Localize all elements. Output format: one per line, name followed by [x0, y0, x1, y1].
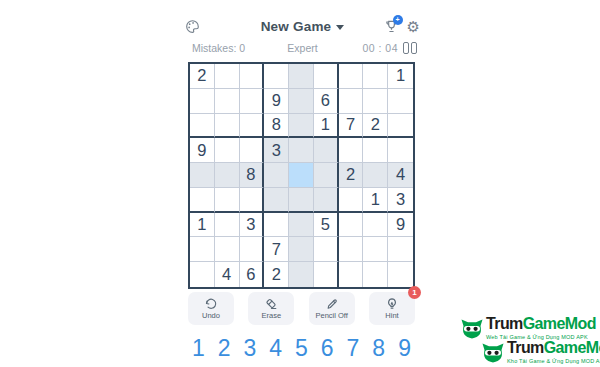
- cell-r7c1[interactable]: 1: [190, 213, 215, 238]
- cell-r4c1[interactable]: 9: [190, 138, 215, 163]
- cell-r1c1[interactable]: 2: [190, 64, 215, 89]
- erase-button[interactable]: Erase: [248, 292, 294, 325]
- cell-r5c9[interactable]: 4: [388, 163, 413, 188]
- cell-r1c9[interactable]: 1: [388, 64, 413, 89]
- cell-r8c7[interactable]: [339, 237, 364, 262]
- cell-r1c6[interactable]: [314, 64, 339, 89]
- cell-r2c1[interactable]: [190, 89, 215, 114]
- cell-r4c7[interactable]: [339, 138, 364, 163]
- undo-button[interactable]: Undo: [188, 292, 234, 325]
- eraser-icon: [264, 297, 278, 311]
- cell-r9c7[interactable]: [339, 262, 364, 287]
- cell-r1c3[interactable]: [240, 64, 265, 89]
- undo-icon: [204, 297, 218, 311]
- number-pad: 123456789: [192, 334, 411, 362]
- numpad-4[interactable]: 4: [269, 337, 282, 360]
- cell-r6c9[interactable]: 3: [388, 188, 413, 213]
- cell-r9c1[interactable]: [190, 262, 215, 287]
- cell-r8c2[interactable]: [215, 237, 240, 262]
- cell-r7c5[interactable]: [289, 213, 314, 238]
- trophy-notification-badge: +: [393, 15, 403, 25]
- cell-r6c4[interactable]: [264, 188, 289, 213]
- cell-r4c6[interactable]: [314, 138, 339, 163]
- cell-r7c3[interactable]: 3: [240, 213, 265, 238]
- sudoku-grid: 21968172938241313597462: [188, 62, 415, 289]
- cell-r2c3[interactable]: [240, 89, 265, 114]
- cell-r6c3[interactable]: [240, 188, 265, 213]
- numpad-5[interactable]: 5: [295, 337, 308, 360]
- numpad-3[interactable]: 3: [244, 337, 257, 360]
- cell-r5c5[interactable]: [289, 163, 314, 188]
- cell-r7c7[interactable]: [339, 213, 364, 238]
- cell-r9c4[interactable]: 2: [264, 262, 289, 287]
- numpad-8[interactable]: 8: [372, 337, 385, 360]
- timer-value: 00 : 04: [362, 42, 398, 54]
- cell-r4c9[interactable]: [388, 138, 413, 163]
- cell-r9c3[interactable]: 6: [240, 262, 265, 287]
- cell-r4c4[interactable]: 3: [264, 138, 289, 163]
- cell-r6c1[interactable]: [190, 188, 215, 213]
- cell-r7c4[interactable]: [264, 213, 289, 238]
- cell-r1c5[interactable]: [289, 64, 314, 89]
- cell-r8c3[interactable]: [240, 237, 265, 262]
- cell-r7c9[interactable]: 9: [388, 213, 413, 238]
- cell-r3c7[interactable]: 7: [339, 114, 364, 139]
- watermark-tagline: Kho Tải Game & Ứng Dụng MOD APK: [507, 358, 600, 364]
- cell-r6c8[interactable]: 1: [363, 188, 388, 213]
- toolbar: Undo Erase Pencil Off: [188, 292, 415, 326]
- hint-count-badge: 1: [408, 286, 421, 299]
- cell-r8c1[interactable]: [190, 237, 215, 262]
- cell-r5c8[interactable]: [363, 163, 388, 188]
- cell-r3c6[interactable]: 1: [314, 114, 339, 139]
- cell-r4c5[interactable]: [289, 138, 314, 163]
- cell-r1c4[interactable]: [264, 64, 289, 89]
- numpad-1[interactable]: 1: [192, 337, 205, 360]
- cell-r1c8[interactable]: [363, 64, 388, 89]
- cell-r6c2[interactable]: [215, 188, 240, 213]
- cell-r6c5[interactable]: [289, 188, 314, 213]
- cell-r9c5[interactable]: [289, 262, 314, 287]
- cell-r5c3[interactable]: 8: [240, 163, 265, 188]
- cell-r2c5[interactable]: [289, 89, 314, 114]
- cell-r5c6[interactable]: [314, 163, 339, 188]
- chevron-down-icon: [336, 25, 344, 30]
- cell-r2c2[interactable]: [215, 89, 240, 114]
- cell-r3c2[interactable]: [215, 114, 240, 139]
- cell-r3c5[interactable]: [289, 114, 314, 139]
- page-title: New Game: [261, 19, 332, 34]
- numpad-2[interactable]: 2: [218, 337, 231, 360]
- lightbulb-icon: [385, 297, 399, 311]
- stats-bar: Mistakes: 0 Expert 00 : 04: [185, 41, 420, 55]
- cell-r2c6[interactable]: 6: [314, 89, 339, 114]
- pause-icon[interactable]: [403, 42, 417, 54]
- cell-r4c3[interactable]: [240, 138, 265, 163]
- cell-r8c4[interactable]: 7: [264, 237, 289, 262]
- cell-r5c2[interactable]: [215, 163, 240, 188]
- trophy-icon[interactable]: +: [384, 19, 399, 34]
- gear-icon[interactable]: ⚙: [407, 19, 420, 34]
- sudoku-app-screen: { "game": "sudoku", "position": { "grid"…: [0, 0, 600, 367]
- numpad-7[interactable]: 7: [347, 337, 360, 360]
- cell-r5c1[interactable]: [190, 163, 215, 188]
- cell-r7c6[interactable]: 5: [314, 213, 339, 238]
- cell-r4c2[interactable]: [215, 138, 240, 163]
- cell-r3c4[interactable]: 8: [264, 114, 289, 139]
- cell-r6c6[interactable]: [314, 188, 339, 213]
- cell-r2c7[interactable]: [339, 89, 364, 114]
- pencil-label: Pencil Off: [315, 312, 347, 320]
- cell-r1c7[interactable]: [339, 64, 364, 89]
- cell-r5c7[interactable]: 2: [339, 163, 364, 188]
- cell-r8c6[interactable]: [314, 237, 339, 262]
- erase-label: Erase: [262, 312, 282, 320]
- cell-r2c8[interactable]: [363, 89, 388, 114]
- cell-r6c7[interactable]: [339, 188, 364, 213]
- watermark-logo: TrumGameMod Kho Tải Game & Ứng Dụng MOD …: [481, 340, 600, 367]
- cell-r9c9[interactable]: [388, 262, 413, 287]
- cell-r8c5[interactable]: [289, 237, 314, 262]
- pencil-button[interactable]: Pencil Off: [309, 292, 355, 325]
- numpad-9[interactable]: 9: [398, 337, 411, 360]
- cell-r9c6[interactable]: [314, 262, 339, 287]
- cell-r2c9[interactable]: [388, 89, 413, 114]
- cell-r5c4[interactable]: [264, 163, 289, 188]
- watermark-brand: TrumGameMod: [486, 316, 596, 332]
- cell-r8c9[interactable]: [388, 237, 413, 262]
- numpad-6[interactable]: 6: [321, 337, 334, 360]
- cell-r3c8[interactable]: 2: [363, 114, 388, 139]
- watermark-brand: TrumGameMod: [507, 340, 600, 356]
- cell-r9c8[interactable]: [363, 262, 388, 287]
- pencil-icon: [325, 297, 339, 311]
- cell-r7c8[interactable]: [363, 213, 388, 238]
- cell-r3c1[interactable]: [190, 114, 215, 139]
- undo-label: Undo: [202, 312, 220, 320]
- cell-r7c2[interactable]: [215, 213, 240, 238]
- cell-r1c2[interactable]: [215, 64, 240, 89]
- cell-r2c4[interactable]: 9: [264, 89, 289, 114]
- watermark-mascot-icon: [481, 340, 505, 367]
- cell-r9c2[interactable]: 4: [215, 262, 240, 287]
- hint-label: Hint: [385, 312, 398, 320]
- hint-button[interactable]: Hint 1: [369, 292, 415, 325]
- cell-r8c8[interactable]: [363, 237, 388, 262]
- cell-r3c3[interactable]: [240, 114, 265, 139]
- cell-r3c9[interactable]: [388, 114, 413, 139]
- header-bar: New Game + ⚙: [185, 15, 420, 37]
- palette-icon[interactable]: [185, 19, 200, 34]
- cell-r4c8[interactable]: [363, 138, 388, 163]
